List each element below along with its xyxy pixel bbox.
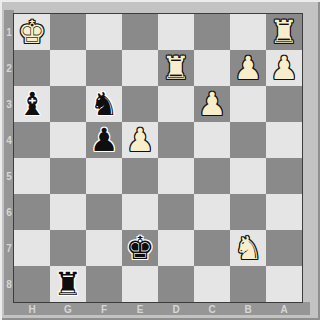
chess-diagram-frame: 1 2 3 4 5 6 7 8 ♚♜♜♟♟♝♞♟♟♟♚♞♜ H G F E D … bbox=[0, 0, 320, 320]
piece-black-rook[interactable]: ♜ bbox=[54, 268, 83, 300]
square-g8[interactable]: ♜ bbox=[50, 266, 86, 302]
file-label: C bbox=[194, 303, 230, 315]
square-e4[interactable]: ♟ bbox=[122, 122, 158, 158]
square-e5[interactable] bbox=[122, 158, 158, 194]
square-f1[interactable] bbox=[86, 14, 122, 50]
square-c6[interactable] bbox=[194, 194, 230, 230]
piece-white-pawn[interactable]: ♟ bbox=[270, 52, 299, 84]
square-g3[interactable] bbox=[50, 86, 86, 122]
square-e8[interactable] bbox=[122, 266, 158, 302]
square-b3[interactable] bbox=[230, 86, 266, 122]
square-g4[interactable] bbox=[50, 122, 86, 158]
square-d5[interactable] bbox=[158, 158, 194, 194]
square-g2[interactable] bbox=[50, 50, 86, 86]
file-label: B bbox=[230, 303, 266, 315]
square-b8[interactable] bbox=[230, 266, 266, 302]
square-a7[interactable] bbox=[266, 230, 302, 266]
square-b2[interactable]: ♟ bbox=[230, 50, 266, 86]
square-e6[interactable] bbox=[122, 194, 158, 230]
chess-board: ♚♜♜♟♟♝♞♟♟♟♚♞♜ bbox=[13, 13, 303, 303]
square-c2[interactable] bbox=[194, 50, 230, 86]
square-b6[interactable] bbox=[230, 194, 266, 230]
square-e1[interactable] bbox=[122, 14, 158, 50]
file-label: D bbox=[158, 303, 194, 315]
piece-white-rook[interactable]: ♜ bbox=[162, 52, 191, 84]
file-labels: H G F E D C B A bbox=[14, 303, 302, 315]
square-c8[interactable] bbox=[194, 266, 230, 302]
square-d6[interactable] bbox=[158, 194, 194, 230]
square-b5[interactable] bbox=[230, 158, 266, 194]
square-f8[interactable] bbox=[86, 266, 122, 302]
square-f4[interactable]: ♟ bbox=[86, 122, 122, 158]
piece-white-rook[interactable]: ♜ bbox=[270, 16, 299, 48]
file-label: A bbox=[266, 303, 302, 315]
square-e3[interactable] bbox=[122, 86, 158, 122]
piece-white-pawn[interactable]: ♟ bbox=[126, 124, 155, 156]
square-h3[interactable]: ♝ bbox=[14, 86, 50, 122]
square-c7[interactable] bbox=[194, 230, 230, 266]
square-c4[interactable] bbox=[194, 122, 230, 158]
square-a6[interactable] bbox=[266, 194, 302, 230]
square-f3[interactable]: ♞ bbox=[86, 86, 122, 122]
square-a2[interactable]: ♟ bbox=[266, 50, 302, 86]
piece-white-pawn[interactable]: ♟ bbox=[234, 52, 263, 84]
file-label: F bbox=[86, 303, 122, 315]
square-g7[interactable] bbox=[50, 230, 86, 266]
square-h8[interactable] bbox=[14, 266, 50, 302]
square-d7[interactable] bbox=[158, 230, 194, 266]
square-d8[interactable] bbox=[158, 266, 194, 302]
square-g5[interactable] bbox=[50, 158, 86, 194]
square-e2[interactable] bbox=[122, 50, 158, 86]
square-c1[interactable] bbox=[194, 14, 230, 50]
piece-black-bishop[interactable]: ♝ bbox=[18, 88, 47, 120]
square-a3[interactable] bbox=[266, 86, 302, 122]
square-a5[interactable] bbox=[266, 158, 302, 194]
piece-black-king[interactable]: ♚ bbox=[126, 232, 155, 264]
square-h6[interactable] bbox=[14, 194, 50, 230]
square-g1[interactable] bbox=[50, 14, 86, 50]
square-d1[interactable] bbox=[158, 14, 194, 50]
square-b1[interactable] bbox=[230, 14, 266, 50]
square-a1[interactable]: ♜ bbox=[266, 14, 302, 50]
file-label: E bbox=[122, 303, 158, 315]
square-c5[interactable] bbox=[194, 158, 230, 194]
square-f5[interactable] bbox=[86, 158, 122, 194]
square-g6[interactable] bbox=[50, 194, 86, 230]
piece-black-knight[interactable]: ♞ bbox=[90, 88, 119, 120]
square-b4[interactable] bbox=[230, 122, 266, 158]
square-f6[interactable] bbox=[86, 194, 122, 230]
square-d2[interactable]: ♜ bbox=[158, 50, 194, 86]
piece-white-king[interactable]: ♚ bbox=[18, 16, 47, 48]
square-c3[interactable]: ♟ bbox=[194, 86, 230, 122]
square-h5[interactable] bbox=[14, 158, 50, 194]
piece-white-pawn[interactable]: ♟ bbox=[198, 88, 227, 120]
square-h7[interactable] bbox=[14, 230, 50, 266]
file-label: G bbox=[50, 303, 86, 315]
square-d4[interactable] bbox=[158, 122, 194, 158]
piece-white-knight[interactable]: ♞ bbox=[234, 232, 263, 264]
file-label: H bbox=[14, 303, 50, 315]
piece-black-pawn[interactable]: ♟ bbox=[90, 124, 119, 156]
square-b7[interactable]: ♞ bbox=[230, 230, 266, 266]
square-a4[interactable] bbox=[266, 122, 302, 158]
square-e7[interactable]: ♚ bbox=[122, 230, 158, 266]
square-f7[interactable] bbox=[86, 230, 122, 266]
square-a8[interactable] bbox=[266, 266, 302, 302]
square-d3[interactable] bbox=[158, 86, 194, 122]
square-f2[interactable] bbox=[86, 50, 122, 86]
square-h1[interactable]: ♚ bbox=[14, 14, 50, 50]
square-h2[interactable] bbox=[14, 50, 50, 86]
square-h4[interactable] bbox=[14, 122, 50, 158]
